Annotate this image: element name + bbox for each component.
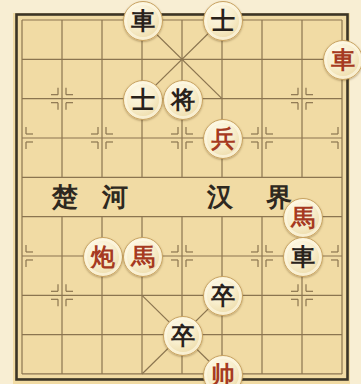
xiangqi-board[interactable]: 楚 河 汉 界 車士車士将兵馬炮馬車卒卒帅: [13, 13, 350, 384]
piece-black-chariot[interactable]: 車: [123, 1, 163, 41]
piece-red-cannon[interactable]: 炮: [83, 237, 123, 277]
piece-black-chariot[interactable]: 車: [283, 237, 323, 277]
river-label-chu: 楚: [52, 180, 78, 215]
xiangqi-app: 楚 河 汉 界 車士車士将兵馬炮馬車卒卒帅: [0, 0, 361, 384]
river-label-he: 河: [102, 180, 128, 215]
piece-black-soldier[interactable]: 卒: [163, 316, 203, 356]
river-label-han: 汉: [207, 180, 233, 215]
piece-red-horse[interactable]: 馬: [283, 198, 323, 238]
piece-black-general[interactable]: 将: [163, 80, 203, 120]
piece-red-horse[interactable]: 馬: [123, 237, 163, 277]
piece-red-chariot[interactable]: 車: [323, 40, 361, 80]
piece-red-soldier[interactable]: 兵: [203, 119, 243, 159]
piece-black-advisor[interactable]: 士: [123, 80, 163, 120]
piece-black-advisor[interactable]: 士: [203, 1, 243, 41]
